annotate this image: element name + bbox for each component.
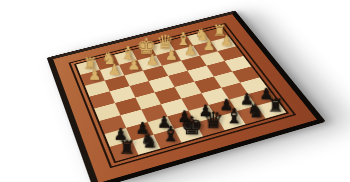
white-pawn-piece: ♟ [217,34,236,48]
white-pawn-piece: ♟ [123,58,143,72]
black-knight-piece: ♞ [137,131,160,151]
black-king-piece: ♚ [181,113,204,138]
white-pawn-piece: ♟ [142,53,162,67]
board-grid: ♜♞♝♚♛♝♞♜♟♟♟♟♟♟♟♟♟♟♟♟♟♟♟♟♜♞♝♚♛♝♞♜ [74,26,289,163]
square-f4 [129,81,155,98]
white-pawn-piece: ♟ [180,43,200,57]
white-pawn-piece: ♟ [198,39,218,53]
black-bishop-piece: ♝ [159,124,182,145]
white-pawn-piece: ♟ [161,48,181,62]
chess-board: ♜♞♝♚♛♝♞♜♟♟♟♟♟♟♟♟♟♟♟♟♟♟♟♟♜♞♝♚♛♝♞♜ [47,11,326,182]
black-rook-piece: ♜ [115,138,138,157]
black-knight-piece: ♞ [244,101,266,120]
white-pawn-piece: ♟ [104,63,124,78]
chess-set-photo: ♜♞♝♚♛♝♞♜♟♟♟♟♟♟♟♟♟♟♟♟♟♟♟♟♜♞♝♚♛♝♞♜ [0,0,350,182]
white-pawn-piece: ♟ [84,68,104,83]
black-queen-piece: ♛ [202,110,225,133]
black-rook-piece: ♜ [265,97,287,115]
black-bishop-piece: ♝ [223,106,245,127]
square-h2: ♟ [80,70,104,86]
square-h8: ♜ [110,141,138,161]
board-scene: ♜♞♝♚♛♝♞♜♟♟♟♟♟♟♟♟♟♟♟♟♟♟♟♟♜♞♝♚♛♝♞♜ [0,0,350,182]
